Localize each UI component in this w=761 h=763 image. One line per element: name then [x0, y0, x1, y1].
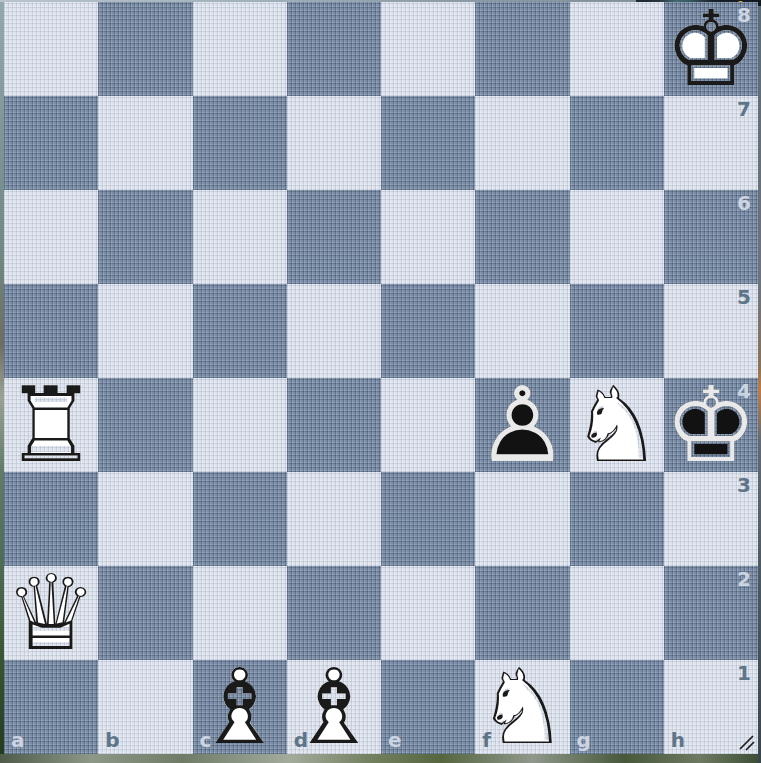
square-e2[interactable] [381, 566, 475, 660]
square-g1[interactable]: g [570, 660, 664, 754]
square-g4[interactable]: ♞♘ [570, 378, 664, 472]
square-b2[interactable] [98, 566, 192, 660]
piece-outline-glyph: ♙ [475, 378, 569, 472]
piece-white-rook-a4[interactable]: ♜♖ [4, 378, 98, 472]
square-c1[interactable]: c♝♗ [193, 660, 287, 754]
piece-outline-glyph: ♘ [570, 378, 664, 472]
square-a1[interactable]: a [4, 660, 98, 754]
square-h4[interactable]: 4♚♔ [664, 378, 758, 472]
square-h3[interactable]: 3 [664, 472, 758, 566]
square-d4[interactable] [287, 378, 381, 472]
square-a7[interactable] [4, 96, 98, 190]
square-e3[interactable] [381, 472, 475, 566]
square-h7[interactable]: 7 [664, 96, 758, 190]
square-d7[interactable] [287, 96, 381, 190]
rank-label-6: 6 [737, 193, 751, 213]
square-h1[interactable]: h1 [664, 660, 758, 754]
piece-outline-glyph: ♗ [287, 660, 381, 754]
piece-outline-glyph: ♕ [4, 566, 98, 660]
square-c5[interactable] [193, 284, 287, 378]
square-f8[interactable] [475, 2, 569, 96]
piece-white-bishop-d1[interactable]: ♝♗ [287, 660, 381, 754]
square-f1[interactable]: f♞♘ [475, 660, 569, 754]
piece-outline-glyph: ♖ [4, 378, 98, 472]
rank-label-3: 3 [737, 475, 751, 495]
square-c7[interactable] [193, 96, 287, 190]
square-b4[interactable] [98, 378, 192, 472]
piece-outline-glyph: ♗ [193, 660, 287, 754]
rank-label-7: 7 [737, 99, 751, 119]
piece-white-queen-a2[interactable]: ♛♕ [4, 566, 98, 660]
square-a2[interactable]: ♛♕ [4, 566, 98, 660]
piece-outline-glyph: ♘ [475, 660, 569, 754]
square-b3[interactable] [98, 472, 192, 566]
square-f3[interactable] [475, 472, 569, 566]
square-c6[interactable] [193, 190, 287, 284]
square-c3[interactable] [193, 472, 287, 566]
square-f4[interactable]: ♟♙ [475, 378, 569, 472]
piece-outline-glyph: ♔ [664, 378, 758, 472]
resize-handle-icon[interactable] [737, 733, 755, 751]
square-a8[interactable] [4, 2, 98, 96]
square-a6[interactable] [4, 190, 98, 284]
square-b1[interactable]: b [98, 660, 192, 754]
square-h8[interactable]: 8♚♔ [664, 2, 758, 96]
file-label-h: h [671, 730, 685, 750]
background-strip-bottom [0, 754, 761, 763]
square-b5[interactable] [98, 284, 192, 378]
piece-outline-glyph: ♔ [664, 2, 758, 96]
file-label-a: a [11, 730, 25, 750]
square-e6[interactable] [381, 190, 475, 284]
square-g6[interactable] [570, 190, 664, 284]
square-a4[interactable]: ♜♖ [4, 378, 98, 472]
square-g3[interactable] [570, 472, 664, 566]
square-e4[interactable] [381, 378, 475, 472]
piece-white-bishop-c1[interactable]: ♝♗ [193, 660, 287, 754]
square-d5[interactable] [287, 284, 381, 378]
square-e5[interactable] [381, 284, 475, 378]
piece-black-pawn-f4[interactable]: ♟♙ [475, 378, 569, 472]
square-g2[interactable] [570, 566, 664, 660]
square-e1[interactable]: e [381, 660, 475, 754]
rank-label-5: 5 [737, 287, 751, 307]
square-h6[interactable]: 6 [664, 190, 758, 284]
square-d8[interactable] [287, 2, 381, 96]
square-f6[interactable] [475, 190, 569, 284]
file-label-b: b [105, 730, 119, 750]
square-e8[interactable] [381, 2, 475, 96]
piece-black-king-h4[interactable]: ♚♔ [664, 378, 758, 472]
piece-white-knight-f1[interactable]: ♞♘ [475, 660, 569, 754]
square-c8[interactable] [193, 2, 287, 96]
square-b8[interactable] [98, 2, 192, 96]
piece-white-knight-g4[interactable]: ♞♘ [570, 378, 664, 472]
square-b7[interactable] [98, 96, 192, 190]
square-g8[interactable] [570, 2, 664, 96]
square-d3[interactable] [287, 472, 381, 566]
file-label-e: e [388, 730, 402, 750]
square-d1[interactable]: d♝♗ [287, 660, 381, 754]
piece-white-king-h8[interactable]: ♚♔ [664, 2, 758, 96]
rank-label-2: 2 [737, 569, 751, 589]
square-e7[interactable] [381, 96, 475, 190]
chess-app-window: 8♚♔765♜♖♟♙♞♘4♚♔3♛♕2abc♝♗d♝♗ef♞♘gh1 [0, 0, 761, 763]
rank-label-1: 1 [737, 663, 751, 683]
square-h2[interactable]: 2 [664, 566, 758, 660]
square-d6[interactable] [287, 190, 381, 284]
square-c4[interactable] [193, 378, 287, 472]
square-f7[interactable] [475, 96, 569, 190]
file-label-g: g [577, 730, 591, 750]
square-g7[interactable] [570, 96, 664, 190]
square-b6[interactable] [98, 190, 192, 284]
chess-board[interactable]: 8♚♔765♜♖♟♙♞♘4♚♔3♛♕2abc♝♗d♝♗ef♞♘gh1 [4, 2, 758, 754]
